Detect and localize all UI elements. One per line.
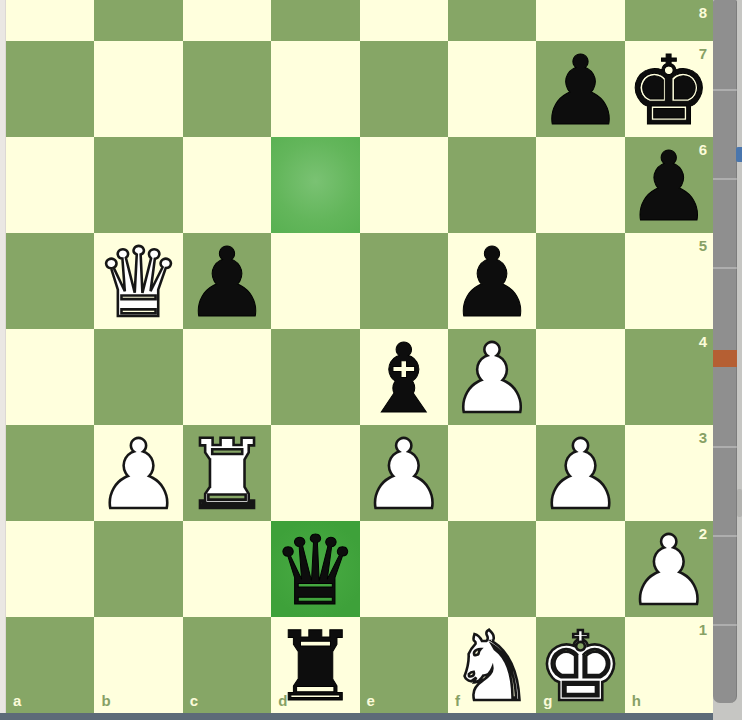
square-b3[interactable]: ♟ [94, 425, 182, 521]
rank-label-6: 6 [699, 142, 707, 157]
square-h7[interactable]: ♚7 [625, 41, 713, 137]
square-f1[interactable]: ♞f [448, 617, 536, 713]
square-d5[interactable] [271, 233, 359, 329]
square-a4[interactable] [6, 329, 94, 425]
black-pawn[interactable]: ♟ [449, 235, 535, 331]
white-pawn[interactable]: ♟ [361, 427, 447, 523]
rank-label-5: 5 [699, 238, 707, 253]
square-b8[interactable] [94, 0, 182, 41]
black-queen[interactable]: ♛ [272, 523, 358, 619]
square-h5[interactable]: 5 [625, 233, 713, 329]
square-a3[interactable] [6, 425, 94, 521]
square-d6[interactable] [271, 137, 359, 233]
file-label-a: a [13, 693, 21, 708]
square-d1[interactable]: ♜d [271, 617, 359, 713]
bottom-border [0, 713, 713, 720]
square-e8[interactable] [360, 0, 448, 41]
square-a8[interactable] [6, 0, 94, 41]
square-h3[interactable]: 3 [625, 425, 713, 521]
rank-label-8: 8 [699, 5, 707, 20]
square-d8[interactable] [271, 0, 359, 41]
square-d3[interactable] [271, 425, 359, 521]
square-d7[interactable] [271, 41, 359, 137]
square-f3[interactable] [448, 425, 536, 521]
square-f8[interactable] [448, 0, 536, 41]
square-a6[interactable] [6, 137, 94, 233]
square-b7[interactable] [94, 41, 182, 137]
square-g5[interactable] [536, 233, 624, 329]
square-e3[interactable]: ♟ [360, 425, 448, 521]
square-a1[interactable]: a [6, 617, 94, 713]
white-queen[interactable]: ♛ [96, 235, 182, 331]
square-g4[interactable] [536, 329, 624, 425]
square-b4[interactable] [94, 329, 182, 425]
square-f5[interactable]: ♟ [448, 233, 536, 329]
square-h2[interactable]: ♟2 [625, 521, 713, 617]
square-f4[interactable]: ♟ [448, 329, 536, 425]
square-h4[interactable]: 4 [625, 329, 713, 425]
black-bishop[interactable]: ♝ [361, 331, 447, 427]
file-label-d: d [278, 693, 287, 708]
square-c7[interactable] [183, 41, 271, 137]
white-pawn[interactable]: ♟ [96, 427, 182, 523]
square-c3[interactable]: ♜ [183, 425, 271, 521]
square-e6[interactable] [360, 137, 448, 233]
square-a2[interactable] [6, 521, 94, 617]
file-label-c: c [190, 693, 198, 708]
square-b1[interactable]: b [94, 617, 182, 713]
rank-label-1: 1 [699, 622, 707, 637]
square-e1[interactable]: e [360, 617, 448, 713]
scrollbar-separator [713, 267, 737, 269]
chess-app-window: 8♟♚7♟6♛♟♟5♝♟4♟♜♟♟3♛♟2abc♜de♞f♚g1h [0, 0, 742, 720]
square-d2[interactable]: ♛ [271, 521, 359, 617]
rank-label-4: 4 [699, 334, 707, 349]
blue-marker [736, 147, 742, 162]
file-label-e: e [367, 693, 375, 708]
square-f6[interactable] [448, 137, 536, 233]
chess-board: 8♟♚7♟6♛♟♟5♝♟4♟♜♟♟3♛♟2abc♜de♞f♚g1h [6, 0, 713, 713]
square-c4[interactable] [183, 329, 271, 425]
square-g2[interactable] [536, 521, 624, 617]
square-d4[interactable] [271, 329, 359, 425]
black-pawn[interactable]: ♟ [537, 43, 623, 139]
square-a7[interactable] [6, 41, 94, 137]
square-g3[interactable]: ♟ [536, 425, 624, 521]
white-rook[interactable]: ♜ [184, 427, 270, 523]
file-label-h: h [632, 693, 641, 708]
rank-label-3: 3 [699, 430, 707, 445]
square-f7[interactable] [448, 41, 536, 137]
square-e7[interactable] [360, 41, 448, 137]
square-c8[interactable] [183, 0, 271, 41]
scrollbar-separator [713, 535, 737, 537]
square-b6[interactable] [94, 137, 182, 233]
scrollbar-separator [713, 178, 737, 180]
square-b5[interactable]: ♛ [94, 233, 182, 329]
square-e5[interactable] [360, 233, 448, 329]
square-f2[interactable] [448, 521, 536, 617]
file-label-g: g [543, 693, 552, 708]
white-pawn[interactable]: ♟ [449, 331, 535, 427]
square-c5[interactable]: ♟ [183, 233, 271, 329]
file-label-f: f [455, 693, 460, 708]
white-pawn[interactable]: ♟ [537, 427, 623, 523]
square-h1[interactable]: 1h [625, 617, 713, 713]
file-label-b: b [101, 693, 110, 708]
scrollbar-separator [713, 446, 737, 448]
square-c6[interactable] [183, 137, 271, 233]
rank-label-7: 7 [699, 46, 707, 61]
square-e4[interactable]: ♝ [360, 329, 448, 425]
scrollbar-separator [713, 624, 737, 626]
square-c1[interactable]: c [183, 617, 271, 713]
scrollbar-separator [713, 89, 737, 91]
square-b2[interactable] [94, 521, 182, 617]
square-a5[interactable] [6, 233, 94, 329]
black-pawn[interactable]: ♟ [184, 235, 270, 331]
square-c2[interactable] [183, 521, 271, 617]
square-g6[interactable] [536, 137, 624, 233]
square-g7[interactable]: ♟ [536, 41, 624, 137]
white-knight[interactable]: ♞ [449, 619, 535, 715]
square-h6[interactable]: ♟6 [625, 137, 713, 233]
rank-label-2: 2 [699, 526, 707, 541]
scroll-orange-marker [713, 350, 737, 367]
square-e2[interactable] [360, 521, 448, 617]
square-g1[interactable]: ♚g [536, 617, 624, 713]
scrollbar-notch [737, 489, 742, 517]
